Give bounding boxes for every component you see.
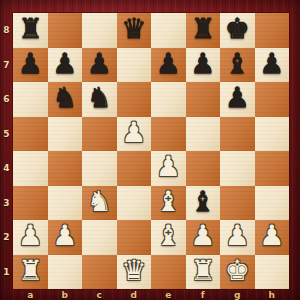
black-rook-a8[interactable]: ♜ — [18, 15, 43, 43]
square-e5[interactable] — [151, 117, 186, 152]
black-knight-c6[interactable]: ♞ — [87, 84, 112, 112]
square-b8[interactable] — [48, 13, 83, 48]
white-pawn-f2[interactable]: ♟ — [190, 222, 215, 250]
black-bishop-g7[interactable]: ♝ — [225, 50, 250, 78]
rank-label-6: 6 — [0, 82, 13, 117]
square-b2[interactable]: ♟ — [48, 220, 83, 255]
square-c6[interactable]: ♞ — [82, 82, 117, 117]
white-bishop-e2[interactable]: ♝ — [156, 222, 181, 250]
square-e3[interactable]: ♝ — [151, 186, 186, 221]
square-e6[interactable] — [151, 82, 186, 117]
file-label-c: c — [82, 289, 117, 300]
square-g3[interactable] — [220, 186, 255, 221]
white-pawn-g2[interactable]: ♟ — [225, 222, 250, 250]
square-f5[interactable] — [186, 117, 221, 152]
square-f7[interactable]: ♟ — [186, 48, 221, 83]
square-h7[interactable]: ♟ — [255, 48, 290, 83]
file-label-a: a — [13, 289, 48, 300]
square-a2[interactable]: ♟ — [13, 220, 48, 255]
square-c8[interactable] — [82, 13, 117, 48]
file-label-f: f — [186, 289, 221, 300]
square-e4[interactable]: ♟ — [151, 151, 186, 186]
square-c1[interactable] — [82, 255, 117, 290]
square-h5[interactable] — [255, 117, 290, 152]
square-g6[interactable]: ♟ — [220, 82, 255, 117]
square-a7[interactable]: ♟ — [13, 48, 48, 83]
square-b3[interactable] — [48, 186, 83, 221]
square-c7[interactable]: ♟ — [82, 48, 117, 83]
file-label-h: h — [255, 289, 290, 300]
square-b7[interactable]: ♟ — [48, 48, 83, 83]
square-d5[interactable]: ♟ — [117, 117, 152, 152]
square-a5[interactable] — [13, 117, 48, 152]
square-b6[interactable]: ♞ — [48, 82, 83, 117]
square-b4[interactable] — [48, 151, 83, 186]
square-e7[interactable]: ♟ — [151, 48, 186, 83]
square-f8[interactable]: ♜ — [186, 13, 221, 48]
square-d1[interactable]: ♛ — [117, 255, 152, 290]
square-h1[interactable] — [255, 255, 290, 290]
square-f1[interactable]: ♜ — [186, 255, 221, 290]
square-d4[interactable] — [117, 151, 152, 186]
square-b5[interactable] — [48, 117, 83, 152]
file-label-b: b — [48, 289, 83, 300]
rank-label-3: 3 — [0, 186, 13, 221]
chess-diagram: ♜♛♜♚♟♟♟♟♟♝♟♞♞♟♟♟♞♝♝♟♟♝♟♟♟♜♛♜♚ 87654321 a… — [0, 0, 300, 300]
square-c2[interactable] — [82, 220, 117, 255]
black-pawn-f7[interactable]: ♟ — [190, 50, 215, 78]
white-pawn-a2[interactable]: ♟ — [18, 222, 43, 250]
black-king-g8[interactable]: ♚ — [225, 15, 250, 43]
white-rook-a1[interactable]: ♜ — [18, 257, 43, 285]
rank-label-4: 4 — [0, 151, 13, 186]
black-rook-f8[interactable]: ♜ — [190, 15, 215, 43]
rank-label-7: 7 — [0, 48, 13, 83]
square-e8[interactable] — [151, 13, 186, 48]
square-d6[interactable] — [117, 82, 152, 117]
square-g5[interactable] — [220, 117, 255, 152]
black-queen-d8[interactable]: ♛ — [121, 15, 146, 43]
square-a1[interactable]: ♜ — [13, 255, 48, 290]
square-c5[interactable] — [82, 117, 117, 152]
square-f4[interactable] — [186, 151, 221, 186]
square-a6[interactable] — [13, 82, 48, 117]
square-f2[interactable]: ♟ — [186, 220, 221, 255]
white-pawn-e4[interactable]: ♟ — [156, 153, 181, 181]
white-pawn-h2[interactable]: ♟ — [259, 222, 284, 250]
square-c3[interactable]: ♞ — [82, 186, 117, 221]
square-h2[interactable]: ♟ — [255, 220, 290, 255]
white-pawn-d5[interactable]: ♟ — [121, 119, 146, 147]
black-pawn-a7[interactable]: ♟ — [18, 50, 43, 78]
square-g4[interactable] — [220, 151, 255, 186]
square-e1[interactable] — [151, 255, 186, 290]
square-f3[interactable]: ♝ — [186, 186, 221, 221]
white-pawn-b2[interactable]: ♟ — [52, 222, 77, 250]
square-h6[interactable] — [255, 82, 290, 117]
square-g8[interactable]: ♚ — [220, 13, 255, 48]
rank-label-1: 1 — [0, 255, 13, 290]
black-pawn-c7[interactable]: ♟ — [87, 50, 112, 78]
square-e2[interactable]: ♝ — [151, 220, 186, 255]
white-bishop-e3[interactable]: ♝ — [156, 188, 181, 216]
square-b1[interactable] — [48, 255, 83, 290]
file-label-e: e — [151, 289, 186, 300]
square-d2[interactable] — [117, 220, 152, 255]
square-d8[interactable]: ♛ — [117, 13, 152, 48]
square-a8[interactable]: ♜ — [13, 13, 48, 48]
white-knight-c3[interactable]: ♞ — [87, 188, 112, 216]
black-pawn-e7[interactable]: ♟ — [156, 50, 181, 78]
file-label-d: d — [117, 289, 152, 300]
square-g2[interactable]: ♟ — [220, 220, 255, 255]
square-d7[interactable] — [117, 48, 152, 83]
square-h4[interactable] — [255, 151, 290, 186]
black-pawn-h7[interactable]: ♟ — [259, 50, 284, 78]
white-rook-f1[interactable]: ♜ — [190, 257, 215, 285]
black-pawn-b7[interactable]: ♟ — [52, 50, 77, 78]
black-pawn-g6[interactable]: ♟ — [225, 84, 250, 112]
square-g1[interactable]: ♚ — [220, 255, 255, 290]
chess-board: ♜♛♜♚♟♟♟♟♟♝♟♞♞♟♟♟♞♝♝♟♟♝♟♟♟♜♛♜♚ — [13, 13, 289, 289]
square-d3[interactable] — [117, 186, 152, 221]
white-queen-d1[interactable]: ♛ — [121, 257, 146, 285]
black-bishop-f3[interactable]: ♝ — [190, 188, 215, 216]
rank-label-8: 8 — [0, 13, 13, 48]
black-knight-b6[interactable]: ♞ — [52, 84, 77, 112]
square-h3[interactable] — [255, 186, 290, 221]
white-king-g1[interactable]: ♚ — [225, 257, 250, 285]
square-h8[interactable] — [255, 13, 290, 48]
square-c4[interactable] — [82, 151, 117, 186]
rank-label-5: 5 — [0, 117, 13, 152]
square-a4[interactable] — [13, 151, 48, 186]
file-label-g: g — [220, 289, 255, 300]
square-f6[interactable] — [186, 82, 221, 117]
square-a3[interactable] — [13, 186, 48, 221]
rank-label-2: 2 — [0, 220, 13, 255]
square-g7[interactable]: ♝ — [220, 48, 255, 83]
